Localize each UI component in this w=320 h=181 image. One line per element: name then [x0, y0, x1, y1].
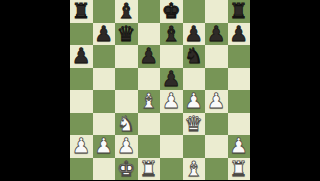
square-f5[interactable] — [183, 68, 206, 91]
square-e1[interactable] — [160, 158, 183, 181]
piece-white-pawn: ♟ — [162, 90, 181, 113]
square-a6[interactable]: ♟ — [70, 45, 93, 68]
square-e4[interactable]: ♟ — [160, 90, 183, 113]
square-f3[interactable]: ♛ — [183, 113, 206, 136]
piece-black-pawn: ♟ — [94, 23, 113, 46]
square-f4[interactable]: ♟ — [183, 90, 206, 113]
square-c5[interactable] — [115, 68, 138, 91]
square-c1[interactable]: ♚ — [115, 158, 138, 181]
piece-white-pawn: ♟ — [229, 135, 248, 158]
piece-white-queen: ♛ — [184, 113, 203, 136]
piece-white-pawn: ♟ — [72, 135, 91, 158]
square-a1[interactable] — [70, 158, 93, 181]
square-f6[interactable]: ♞ — [183, 45, 206, 68]
square-a2[interactable]: ♟ — [70, 135, 93, 158]
letterbox-left — [0, 0, 70, 180]
square-h7[interactable]: ♟ — [228, 23, 251, 46]
square-h1[interactable]: ♜ — [228, 158, 251, 181]
square-b7[interactable]: ♟ — [93, 23, 116, 46]
square-c7[interactable]: ♛ — [115, 23, 138, 46]
square-f8[interactable] — [183, 0, 206, 23]
square-h6[interactable] — [228, 45, 251, 68]
piece-white-rook: ♜ — [229, 158, 248, 181]
square-a8[interactable]: ♜ — [70, 0, 93, 23]
piece-black-pawn: ♟ — [207, 23, 226, 46]
square-h8[interactable]: ♜ — [228, 0, 251, 23]
piece-white-king: ♚ — [117, 158, 136, 181]
square-d6[interactable]: ♟ — [138, 45, 161, 68]
square-a7[interactable] — [70, 23, 93, 46]
piece-black-bishop: ♝ — [117, 0, 136, 23]
piece-black-pawn: ♟ — [72, 45, 91, 68]
square-e3[interactable] — [160, 113, 183, 136]
video-frame: ♜♝♚♜♟♛♝♟♟♟♟♟♞♟♝♟♟♟♞♛♟♟♟♟♚♜♝♜ — [0, 0, 320, 180]
square-a4[interactable] — [70, 90, 93, 113]
square-d2[interactable] — [138, 135, 161, 158]
square-e8[interactable]: ♚ — [160, 0, 183, 23]
square-b8[interactable] — [93, 0, 116, 23]
square-a5[interactable] — [70, 68, 93, 91]
square-e2[interactable] — [160, 135, 183, 158]
piece-white-bishop: ♝ — [139, 90, 158, 113]
square-f2[interactable] — [183, 135, 206, 158]
piece-white-pawn: ♟ — [94, 135, 113, 158]
square-h2[interactable]: ♟ — [228, 135, 251, 158]
piece-black-pawn: ♟ — [184, 23, 203, 46]
square-e6[interactable] — [160, 45, 183, 68]
piece-white-bishop: ♝ — [184, 158, 203, 181]
square-g1[interactable] — [205, 158, 228, 181]
piece-black-pawn: ♟ — [162, 68, 181, 91]
square-b2[interactable]: ♟ — [93, 135, 116, 158]
piece-white-pawn: ♟ — [207, 90, 226, 113]
piece-black-king: ♚ — [162, 0, 181, 23]
square-g6[interactable] — [205, 45, 228, 68]
square-e7[interactable]: ♝ — [160, 23, 183, 46]
square-g8[interactable] — [205, 0, 228, 23]
square-b3[interactable] — [93, 113, 116, 136]
square-d4[interactable]: ♝ — [138, 90, 161, 113]
chess-board: ♜♝♚♜♟♛♝♟♟♟♟♟♞♟♝♟♟♟♞♛♟♟♟♟♚♜♝♜ — [70, 0, 250, 180]
piece-black-bishop: ♝ — [162, 23, 181, 46]
piece-white-pawn: ♟ — [184, 90, 203, 113]
piece-black-knight: ♞ — [184, 45, 203, 68]
piece-black-queen: ♛ — [117, 23, 136, 46]
square-d3[interactable] — [138, 113, 161, 136]
square-e5[interactable]: ♟ — [160, 68, 183, 91]
square-b4[interactable] — [93, 90, 116, 113]
piece-black-rook: ♜ — [229, 0, 248, 23]
square-g2[interactable] — [205, 135, 228, 158]
square-d1[interactable]: ♜ — [138, 158, 161, 181]
piece-black-pawn: ♟ — [229, 23, 248, 46]
square-g7[interactable]: ♟ — [205, 23, 228, 46]
square-c8[interactable]: ♝ — [115, 0, 138, 23]
square-b1[interactable] — [93, 158, 116, 181]
piece-white-pawn: ♟ — [117, 135, 136, 158]
square-g5[interactable] — [205, 68, 228, 91]
square-f1[interactable]: ♝ — [183, 158, 206, 181]
square-c4[interactable] — [115, 90, 138, 113]
square-c6[interactable] — [115, 45, 138, 68]
piece-white-knight: ♞ — [117, 113, 136, 136]
square-h3[interactable] — [228, 113, 251, 136]
piece-white-rook: ♜ — [139, 158, 158, 181]
square-h5[interactable] — [228, 68, 251, 91]
square-b5[interactable] — [93, 68, 116, 91]
square-g3[interactable] — [205, 113, 228, 136]
square-c3[interactable]: ♞ — [115, 113, 138, 136]
letterbox-right — [250, 0, 320, 180]
square-b6[interactable] — [93, 45, 116, 68]
square-f7[interactable]: ♟ — [183, 23, 206, 46]
square-c2[interactable]: ♟ — [115, 135, 138, 158]
square-g4[interactable]: ♟ — [205, 90, 228, 113]
square-d8[interactable] — [138, 0, 161, 23]
square-d7[interactable] — [138, 23, 161, 46]
piece-black-pawn: ♟ — [139, 45, 158, 68]
square-a3[interactable] — [70, 113, 93, 136]
square-h4[interactable] — [228, 90, 251, 113]
piece-black-rook: ♜ — [72, 0, 91, 23]
square-d5[interactable] — [138, 68, 161, 91]
